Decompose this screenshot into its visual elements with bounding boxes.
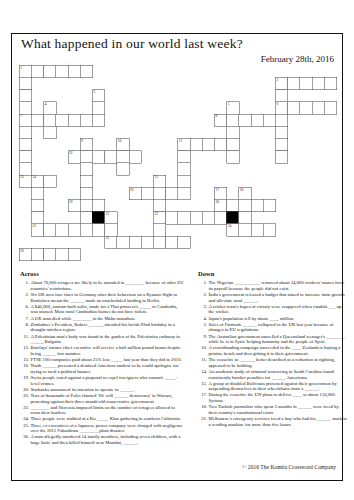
grid-cell-r0c5[interactable] (80, 65, 93, 78)
cell-number-22: 22 (154, 212, 158, 216)
grid-cell-r14c10[interactable] (141, 236, 154, 249)
across-clue-20: 20.Starbucks announced its intention to … (20, 387, 185, 393)
black-cell-r12c6 (92, 211, 105, 224)
grid-cell-r13c1[interactable]: 23 (31, 224, 44, 237)
grid-cell-r3c17[interactable]: 5 (226, 102, 239, 115)
grid-cell-r7c21[interactable] (275, 150, 288, 163)
across-heading: Across (20, 270, 185, 278)
grid-cell-r11c19[interactable] (251, 199, 264, 212)
clue-number: 2. (198, 292, 209, 303)
clue-text: Tens of thousands of Poles chanted 'We w… (31, 393, 186, 404)
clue-number: 7. (20, 315, 31, 321)
grid-cell-r12c11[interactable]: 22 (153, 211, 166, 224)
clue-text: Three people were stabbed at a Ku _____ … (31, 416, 186, 422)
cell-number-9: 9 (81, 139, 83, 143)
clue-number: 4. (198, 315, 209, 321)
clue-text: A group of disabled Bolivians protested … (209, 380, 349, 391)
clue-text: A UK man died while ________ in the Malt… (31, 315, 186, 321)
grid-cell-r6c13[interactable]: 11 (178, 138, 191, 151)
grid-cell-r12c1[interactable] (31, 211, 44, 224)
grid-cell-r1c24[interactable] (312, 77, 325, 90)
cell-number-3: 3 (93, 90, 95, 94)
grid-cell-r14c11[interactable] (153, 236, 166, 249)
grid-cell-r4c21[interactable] (275, 114, 288, 127)
grid-cell-r8c13[interactable] (178, 163, 191, 176)
grid-cell-r13c19[interactable] (251, 224, 264, 237)
down-clue-1: 1.The Nigerian ___________ removed about… (198, 280, 348, 291)
clue-number: 16. (20, 363, 31, 374)
grid-cell-r15c4[interactable] (68, 248, 81, 261)
clue-number: 6. (20, 304, 31, 315)
clue-text: Six UK men face fines in Germany after t… (31, 292, 186, 303)
grid-cell-r3c22[interactable] (287, 102, 300, 115)
grid-cell-r14c8[interactable] (117, 236, 130, 249)
grid-cell-r7c4[interactable]: 12 (68, 150, 81, 163)
clue-text: An academic study of criminal sentencing… (209, 369, 349, 380)
grid-cell-r9c1[interactable]: 14 (31, 175, 44, 188)
clue-number: 8. (20, 321, 31, 332)
clue-text: During the ceasefire the UN plans to del… (209, 392, 349, 403)
clue-text: Sales of Fairtrade ______ collapsed in t… (209, 321, 349, 332)
across-clue-23: 23.________ and Slovenia imposed limits … (20, 404, 185, 415)
clue-number: 17. (198, 392, 209, 403)
grid-cell-r5c0[interactable] (19, 126, 32, 139)
clue-number: 24. (20, 416, 31, 422)
grid-cell-r9c11[interactable]: 15 (153, 175, 166, 188)
clue-number: 13. (20, 357, 31, 363)
cell-number-16: 16 (130, 188, 134, 192)
cell-number-1: 1 (20, 66, 22, 70)
clue-number: 3. (198, 304, 209, 315)
grid-cell-r0c4[interactable] (68, 65, 81, 78)
clue-text: Two Turkish journalists who spent 3 mont… (209, 404, 349, 415)
grid-cell-r5c17[interactable] (226, 126, 239, 139)
down-clues-section: Down 1.The Nigerian ___________ removed … (198, 270, 348, 428)
grid-cell-r8c0[interactable] (19, 163, 32, 176)
cell-number-8: 8 (215, 115, 217, 119)
down-clue-2: 2.India's government released a budget t… (198, 292, 348, 303)
grid-cell-r11c6[interactable] (92, 199, 105, 212)
grid-cell-r11c17[interactable] (226, 199, 239, 212)
grid-cell-r6c15[interactable] (202, 138, 215, 151)
across-clue-1: 1.About 70,000 refugees are likely to be… (20, 280, 185, 291)
grid-cell-r2c21[interactable] (275, 89, 288, 102)
grid-cell-r12c14[interactable] (190, 211, 203, 224)
grid-cell-r13c17[interactable]: 24 (226, 224, 239, 237)
across-clue-16: 16.North ______ presented a detained Ame… (20, 363, 185, 374)
cell-number-12: 12 (69, 151, 73, 155)
grid-cell-r12c18[interactable] (239, 211, 252, 224)
clue-text: Melbourne's emergency services freed a b… (209, 416, 349, 427)
cell-number-26: 26 (20, 249, 24, 253)
grid-cell-r12c13[interactable] (178, 211, 191, 224)
clue-text: North ______ presented a detained Americ… (31, 363, 186, 374)
cell-number-25: 25 (106, 237, 110, 241)
puzzle-date: February 28th, 2016 (261, 54, 334, 64)
cell-number-13: 13 (20, 176, 24, 180)
clue-text: Three ex-executives of a Japanese power … (31, 422, 186, 433)
grid-cell-r3c2[interactable]: 4 (43, 102, 56, 115)
grid-cell-r8c5[interactable] (80, 163, 93, 176)
clue-number: 11. (20, 333, 31, 344)
cell-number-10: 10 (118, 139, 122, 143)
copyright-footer: © 2016 The Komita Crossword Company (242, 464, 336, 470)
grid-cell-r2c6[interactable]: 3 (92, 89, 105, 102)
grid-cell-r6c14[interactable] (190, 138, 203, 151)
across-clue-list: 1.About 70,000 refugees are likely to be… (20, 280, 185, 445)
grid-cell-r11c16[interactable]: 20 (214, 199, 227, 212)
down-clue-list: 1.The Nigerian ___________ removed about… (198, 280, 348, 427)
grid-cell-r0c1[interactable] (31, 65, 44, 78)
puzzle-sheet: What happened in our world last week? Fe… (11, 33, 343, 481)
clue-number: 19. (20, 375, 31, 386)
grid-cell-r12c16[interactable] (214, 211, 227, 224)
cell-number-5: 5 (228, 102, 230, 106)
grid-cell-r9c0[interactable]: 13 (19, 175, 32, 188)
grid-cell-r10c9[interactable]: 16 (129, 187, 142, 200)
down-clue-9: 9.The Australian government cancelled a … (198, 333, 348, 344)
across-clue-6: 6.A $40,000, custom-built toilet, made f… (20, 304, 185, 315)
grid-cell-r2c0[interactable] (19, 89, 32, 102)
grid-cell-r1c22[interactable] (287, 77, 300, 90)
grid-cell-r3c6[interactable] (92, 102, 105, 115)
grid-cell-r12c15[interactable] (202, 211, 215, 224)
clue-text: A $40,000, custom-built toilet, made for… (31, 304, 186, 315)
clue-text: The Nigerian ___________ removed about 2… (209, 280, 349, 291)
grid-cell-r7c6[interactable] (92, 150, 105, 163)
grid-cell-r13c2[interactable] (43, 224, 56, 237)
grid-cell-r11c11[interactable] (153, 199, 166, 212)
grid-cell-r1c23[interactable] (300, 77, 313, 90)
cell-number-14: 14 (32, 176, 36, 180)
clue-text: About 70,000 refugees are likely to be s… (31, 280, 186, 291)
page-title: What happened in our world last week? (21, 36, 243, 52)
clue-text: A Palestinian man's body was found in th… (31, 333, 186, 344)
crossword-grid: 1234567891011121314151617181920212223242… (19, 65, 337, 261)
grid-cell-r4c16[interactable]: 8 (214, 114, 227, 127)
clue-text: A crowdfunding campaign succeeded in the… (209, 345, 349, 356)
grid-cell-r9c13[interactable] (178, 175, 191, 188)
grid-cell-r1c25[interactable] (324, 77, 337, 90)
grid-cell-r13c6[interactable] (92, 224, 105, 237)
grid-cell-r4c1[interactable] (31, 114, 44, 127)
grid-cell-r6c5[interactable]: 9 (80, 138, 93, 151)
grid-cell-r10c10[interactable] (141, 187, 154, 200)
grid-cell-r1c0[interactable] (19, 77, 32, 90)
down-clue-4: 4.Japan's population fell by about ____ … (198, 315, 348, 321)
cell-number-18: 18 (240, 188, 244, 192)
grid-cell-r13c7[interactable] (104, 224, 117, 237)
cell-number-7: 7 (20, 115, 22, 119)
grid-cell-r12c7[interactable]: 21 (104, 211, 117, 224)
clue-number: 14. (198, 369, 209, 380)
clue-text: ________ and Slovenia imposed limits on … (31, 404, 186, 415)
clue-number: 1. (198, 280, 209, 291)
across-clue-7: 7.A UK man died while ________ in the Ma… (20, 315, 185, 321)
cell-number-6: 6 (276, 102, 278, 106)
grid-cell-r6c16[interactable] (214, 138, 227, 151)
clue-number: 23. (20, 404, 31, 415)
down-clue-11: 11.The ceasefire in ______, better descr… (198, 357, 348, 368)
grid-cell-r4c20[interactable] (263, 114, 276, 127)
down-clue-21: 21.Melbourne's emergency services freed … (198, 416, 348, 427)
down-clue-15: 15.A group of disabled Bolivians protest… (198, 380, 348, 391)
grid-cell-r4c0[interactable]: 7 (19, 114, 32, 127)
cell-number-11: 11 (179, 139, 182, 143)
cell-number-24: 24 (228, 224, 232, 228)
grid-cell-r13c4[interactable] (68, 224, 81, 237)
grid-cell-r0c0[interactable]: 1 (19, 65, 32, 78)
cell-number-2: 2 (276, 78, 278, 82)
grid-cell-r0c2[interactable] (43, 65, 56, 78)
down-heading: Down (198, 270, 348, 278)
clue-text: Barclays' former chief executive will re… (31, 345, 186, 356)
grid-cell-r7c5[interactable] (80, 150, 93, 163)
clue-number: 22. (20, 393, 31, 404)
cell-number-15: 15 (154, 176, 158, 180)
down-clue-14: 14.An academic study of criminal sentenc… (198, 369, 348, 380)
grid-cell-r3c0[interactable] (19, 102, 32, 115)
black-cell-r12c17 (226, 211, 239, 224)
across-clue-19: 19.Swiss people voted against a proposal… (20, 375, 185, 386)
grid-cell-r7c17[interactable] (226, 150, 239, 163)
grid-cell-r5c21[interactable] (275, 126, 288, 139)
grid-cell-r12c5[interactable] (80, 211, 93, 224)
clue-number: 9. (198, 333, 209, 344)
across-clue-26: 26.A man allegedly murdered 14 family me… (20, 434, 185, 445)
clue-number: 10. (198, 345, 209, 356)
grid-cell-r10c11[interactable] (153, 187, 166, 200)
across-clue-25: 25.Three ex-executives of a Japanese pow… (20, 422, 185, 433)
grid-cell-r11c4[interactable]: 19 (68, 199, 81, 212)
down-clue-3: 3.A cricket team's hopes of victory were… (198, 304, 348, 315)
grid-cell-r13c20[interactable] (263, 224, 276, 237)
grid-cell-r12c12[interactable] (165, 211, 178, 224)
grid-cell-r9c2[interactable] (43, 175, 56, 188)
grid-cell-r6c8[interactable]: 10 (117, 138, 130, 151)
grid-cell-r11c1[interactable] (31, 199, 44, 212)
grid-cell-r10c18[interactable]: 18 (239, 187, 252, 200)
grid-cell-r15c2[interactable] (43, 248, 56, 261)
cell-number-4: 4 (45, 102, 47, 106)
grid-cell-r15c3[interactable] (56, 248, 69, 261)
clue-number: 5. (198, 321, 209, 332)
clue-text: Japan's population fell by about ____ mi… (209, 315, 349, 321)
grid-cell-r13c5[interactable] (80, 224, 93, 237)
across-clue-24: 24.Three people were stabbed at a Ku ___… (20, 416, 185, 422)
across-clues-section: Across 1.About 70,000 refugees are likel… (20, 270, 185, 446)
clue-number: 1. (20, 280, 31, 291)
grid-cell-r10c12[interactable] (165, 187, 178, 200)
grid-cell-r9c5[interactable] (80, 175, 93, 188)
down-clue-18: 18.Two Turkish journalists who spent 3 m… (198, 404, 348, 415)
grid-cell-r11c5[interactable] (80, 199, 93, 212)
grid-cell-r4c17[interactable] (226, 114, 239, 127)
grid-cell-r7c9[interactable] (129, 150, 142, 163)
across-clue-11: 11.A Palestinian man's body was found in… (20, 333, 185, 344)
grid-cell-r4c5[interactable] (80, 114, 93, 127)
down-clue-17: 17.During the ceasefire the UN plans to … (198, 392, 348, 403)
grid-cell-r10c5[interactable] (80, 187, 93, 200)
grid-cell-r14c7[interactable]: 25 (104, 236, 117, 249)
cell-number-19: 19 (69, 200, 73, 204)
grid-cell-r14c9[interactable] (129, 236, 142, 249)
grid-cell-r15c0[interactable]: 26 (19, 248, 32, 261)
grid-cell-r13c11[interactable] (153, 224, 166, 237)
grid-cell-r15c1[interactable] (31, 248, 44, 261)
grid-cell-r3c25[interactable] (324, 102, 337, 115)
grid-cell-r0c3[interactable] (56, 65, 69, 78)
clue-number: 12. (20, 345, 31, 356)
clue-text: Swiss people voted against a proposal to… (31, 375, 186, 386)
across-clue-12: 12.Barclays' former chief executive will… (20, 345, 185, 356)
grid-cell-r3c21[interactable]: 6 (275, 102, 288, 115)
grid-cell-r14c12[interactable] (165, 236, 178, 249)
cell-number-20: 20 (215, 200, 219, 204)
clue-number: 26. (20, 434, 31, 445)
grid-cell-r6c17[interactable] (226, 138, 239, 151)
grid-cell-r4c19[interactable] (251, 114, 264, 127)
grid-cell-r13c18[interactable] (239, 224, 252, 237)
grid-cell-r14c13[interactable] (178, 236, 191, 249)
grid-cell-r8c8[interactable] (117, 163, 130, 176)
clue-text: The Australian government cancelled a Qu… (209, 333, 349, 344)
clue-text: A man allegedly murdered 14 family membe… (31, 434, 186, 445)
grid-cell-r4c6[interactable] (92, 114, 105, 127)
clue-number: 2. (20, 292, 31, 303)
clue-number: 18. (198, 404, 209, 415)
clue-text: The ceasefire in ______, better describe… (209, 357, 349, 368)
down-clue-5: 5.Sales of Fairtrade ______ collapsed in… (198, 321, 348, 332)
clue-number: 11. (198, 357, 209, 368)
grid-cell-r5c2[interactable] (43, 126, 56, 139)
grid-cell-r11c20[interactable] (263, 199, 276, 212)
grid-cell-r4c4[interactable] (68, 114, 81, 127)
clue-number: 20. (20, 387, 31, 393)
grid-cell-r7c7[interactable] (104, 150, 117, 163)
grid-cell-r4c18[interactable] (239, 114, 252, 127)
clue-text: A cricket team's hopes of victory were s… (209, 304, 349, 315)
clue-text: Zimbabwe's President, Robert ______, att… (31, 321, 186, 332)
clue-number: 21. (198, 416, 209, 427)
cell-number-23: 23 (32, 224, 36, 228)
grid-cell-r6c0[interactable] (19, 138, 32, 151)
clue-text: India's government released a budget tha… (209, 292, 349, 303)
grid-cell-r6c21[interactable] (275, 138, 288, 151)
grid-cell-r10c13[interactable] (178, 187, 191, 200)
grid-cell-r3c24[interactable] (312, 102, 325, 115)
grid-cell-r13c3[interactable] (56, 224, 69, 237)
grid-cell-r7c0[interactable] (19, 150, 32, 163)
across-clue-8: 8.Zimbabwe's President, Robert ______, a… (20, 321, 185, 332)
grid-cell-r7c8[interactable] (117, 150, 130, 163)
grid-cell-r7c13[interactable] (178, 150, 191, 163)
grid-cell-r10c16[interactable]: 17 (214, 187, 227, 200)
grid-cell-r1c21[interactable]: 2 (275, 77, 288, 90)
clue-text: FTSE 100 companies paid about 25% less _… (31, 357, 186, 363)
cell-number-17: 17 (215, 188, 219, 192)
grid-cell-r3c23[interactable] (300, 102, 313, 115)
clue-text: Starbucks announced its intention to ope… (31, 387, 186, 393)
down-clue-10: 10.A crowdfunding campaign succeeded in … (198, 345, 348, 356)
across-clue-13: 13.FTSE 100 companies paid about 25% les… (20, 357, 185, 363)
grid-cell-r11c18[interactable] (239, 199, 252, 212)
grid-cell-r4c2[interactable] (43, 114, 56, 127)
cell-number-21: 21 (106, 212, 110, 216)
across-clue-22: 22.Tens of thousands of Poles chanted 'W… (20, 393, 185, 404)
grid-cell-r4c3[interactable] (56, 114, 69, 127)
clue-number: 15. (198, 380, 209, 391)
grid-cell-r10c1[interactable] (31, 187, 44, 200)
clue-number: 25. (20, 422, 31, 433)
across-clue-2: 2.Six UK men face fines in Germany after… (20, 292, 185, 303)
